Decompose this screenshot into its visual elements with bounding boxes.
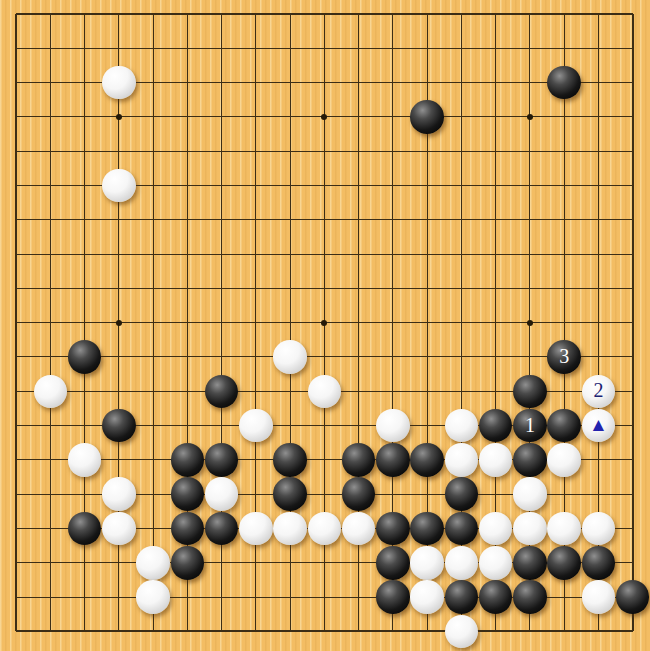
intersection-r12[interactable] bbox=[547, 237, 581, 271]
intersection-r3[interactable] bbox=[547, 546, 581, 580]
intersection-a15[interactable] bbox=[0, 134, 33, 168]
intersection-j7[interactable] bbox=[273, 408, 307, 442]
intersection-l9[interactable] bbox=[342, 340, 376, 374]
intersection-b12[interactable] bbox=[33, 237, 67, 271]
intersection-j8[interactable] bbox=[273, 374, 307, 408]
intersection-k4[interactable] bbox=[307, 511, 341, 545]
intersection-e9[interactable] bbox=[136, 340, 170, 374]
intersection-l5[interactable] bbox=[342, 477, 376, 511]
intersection-r10[interactable] bbox=[547, 306, 581, 340]
intersection-m4[interactable] bbox=[376, 511, 410, 545]
intersection-o16[interactable] bbox=[444, 100, 478, 134]
intersection-d12[interactable] bbox=[102, 237, 136, 271]
intersection-m7[interactable] bbox=[376, 408, 410, 442]
intersection-s18[interactable] bbox=[581, 31, 615, 65]
intersection-k14[interactable] bbox=[307, 168, 341, 202]
intersection-g14[interactable] bbox=[204, 168, 238, 202]
intersection-d6[interactable] bbox=[102, 443, 136, 477]
intersection-j11[interactable] bbox=[273, 271, 307, 305]
intersection-e13[interactable] bbox=[136, 203, 170, 237]
intersection-b3[interactable] bbox=[33, 546, 67, 580]
intersection-g13[interactable] bbox=[204, 203, 238, 237]
intersection-g3[interactable] bbox=[204, 546, 238, 580]
intersection-t3[interactable] bbox=[616, 546, 650, 580]
intersection-o15[interactable] bbox=[444, 134, 478, 168]
intersection-f2[interactable] bbox=[170, 580, 204, 614]
intersection-l2[interactable] bbox=[342, 580, 376, 614]
intersection-t7[interactable] bbox=[616, 408, 650, 442]
intersection-s17[interactable] bbox=[581, 65, 615, 99]
intersection-t11[interactable] bbox=[616, 271, 650, 305]
intersection-f17[interactable] bbox=[170, 65, 204, 99]
intersection-q5[interactable] bbox=[513, 477, 547, 511]
intersection-n14[interactable] bbox=[410, 168, 444, 202]
intersection-l18[interactable] bbox=[342, 31, 376, 65]
intersection-h7[interactable] bbox=[239, 408, 273, 442]
intersection-j15[interactable] bbox=[273, 134, 307, 168]
intersection-r15[interactable] bbox=[547, 134, 581, 168]
intersection-b13[interactable] bbox=[33, 203, 67, 237]
intersection-k2[interactable] bbox=[307, 580, 341, 614]
intersection-n12[interactable] bbox=[410, 237, 444, 271]
intersection-g5[interactable] bbox=[204, 477, 238, 511]
intersection-p6[interactable] bbox=[479, 443, 513, 477]
intersection-q12[interactable] bbox=[513, 237, 547, 271]
intersection-j19[interactable] bbox=[273, 0, 307, 31]
intersection-t1[interactable] bbox=[616, 614, 650, 648]
intersection-s6[interactable] bbox=[581, 443, 615, 477]
intersection-g12[interactable] bbox=[204, 237, 238, 271]
intersection-d14[interactable] bbox=[102, 168, 136, 202]
intersection-f14[interactable] bbox=[170, 168, 204, 202]
intersection-f10[interactable] bbox=[170, 306, 204, 340]
intersection-e3[interactable] bbox=[136, 546, 170, 580]
intersection-f18[interactable] bbox=[170, 31, 204, 65]
intersection-l19[interactable] bbox=[342, 0, 376, 31]
intersection-k10[interactable] bbox=[307, 306, 341, 340]
intersection-o12[interactable] bbox=[444, 237, 478, 271]
intersection-l8[interactable] bbox=[342, 374, 376, 408]
intersection-a5[interactable] bbox=[0, 477, 33, 511]
intersection-t13[interactable] bbox=[616, 203, 650, 237]
intersection-q18[interactable] bbox=[513, 31, 547, 65]
intersection-c9[interactable] bbox=[67, 340, 101, 374]
intersection-f8[interactable] bbox=[170, 374, 204, 408]
intersection-s5[interactable] bbox=[581, 477, 615, 511]
intersection-e15[interactable] bbox=[136, 134, 170, 168]
intersection-p4[interactable] bbox=[479, 511, 513, 545]
intersection-a9[interactable] bbox=[0, 340, 33, 374]
intersection-p5[interactable] bbox=[479, 477, 513, 511]
intersection-c15[interactable] bbox=[67, 134, 101, 168]
intersection-l11[interactable] bbox=[342, 271, 376, 305]
intersection-p16[interactable] bbox=[479, 100, 513, 134]
intersection-m6[interactable] bbox=[376, 443, 410, 477]
intersection-b2[interactable] bbox=[33, 580, 67, 614]
intersection-l3[interactable] bbox=[342, 546, 376, 580]
intersection-o7[interactable] bbox=[444, 408, 478, 442]
intersection-l4[interactable] bbox=[342, 511, 376, 545]
intersection-r2[interactable] bbox=[547, 580, 581, 614]
intersection-k13[interactable] bbox=[307, 203, 341, 237]
intersection-m1[interactable] bbox=[376, 614, 410, 648]
intersection-k11[interactable] bbox=[307, 271, 341, 305]
intersection-c12[interactable] bbox=[67, 237, 101, 271]
intersection-c3[interactable] bbox=[67, 546, 101, 580]
intersection-q9[interactable] bbox=[513, 340, 547, 374]
intersection-b11[interactable] bbox=[33, 271, 67, 305]
intersection-f11[interactable] bbox=[170, 271, 204, 305]
intersection-g8[interactable] bbox=[204, 374, 238, 408]
intersection-o3[interactable] bbox=[444, 546, 478, 580]
intersection-n19[interactable] bbox=[410, 0, 444, 31]
intersection-n10[interactable] bbox=[410, 306, 444, 340]
intersection-o14[interactable] bbox=[444, 168, 478, 202]
intersection-h16[interactable] bbox=[239, 100, 273, 134]
intersection-r8[interactable] bbox=[547, 374, 581, 408]
intersection-f16[interactable] bbox=[170, 100, 204, 134]
intersection-a1[interactable] bbox=[0, 614, 33, 648]
intersection-t8[interactable] bbox=[616, 374, 650, 408]
intersection-g18[interactable] bbox=[204, 31, 238, 65]
intersection-j6[interactable] bbox=[273, 443, 307, 477]
intersection-g1[interactable] bbox=[204, 614, 238, 648]
intersection-t2[interactable] bbox=[616, 580, 650, 614]
intersection-o10[interactable] bbox=[444, 306, 478, 340]
intersection-j1[interactable] bbox=[273, 614, 307, 648]
intersection-g4[interactable] bbox=[204, 511, 238, 545]
intersection-h15[interactable] bbox=[239, 134, 273, 168]
intersection-a10[interactable] bbox=[0, 306, 33, 340]
intersection-d5[interactable] bbox=[102, 477, 136, 511]
intersection-r9[interactable]: 3 bbox=[547, 340, 581, 374]
intersection-r19[interactable] bbox=[547, 0, 581, 31]
intersection-d18[interactable] bbox=[102, 31, 136, 65]
intersection-g19[interactable] bbox=[204, 0, 238, 31]
intersection-c8[interactable] bbox=[67, 374, 101, 408]
intersection-k8[interactable] bbox=[307, 374, 341, 408]
intersection-a6[interactable] bbox=[0, 443, 33, 477]
intersection-j2[interactable] bbox=[273, 580, 307, 614]
intersection-t18[interactable] bbox=[616, 31, 650, 65]
intersection-m11[interactable] bbox=[376, 271, 410, 305]
intersection-n13[interactable] bbox=[410, 203, 444, 237]
intersection-c18[interactable] bbox=[67, 31, 101, 65]
intersection-e16[interactable] bbox=[136, 100, 170, 134]
intersection-s7[interactable]: ▲ bbox=[581, 408, 615, 442]
intersection-j18[interactable] bbox=[273, 31, 307, 65]
intersection-o2[interactable] bbox=[444, 580, 478, 614]
intersection-h3[interactable] bbox=[239, 546, 273, 580]
intersection-g2[interactable] bbox=[204, 580, 238, 614]
intersection-c19[interactable] bbox=[67, 0, 101, 31]
intersection-o9[interactable] bbox=[444, 340, 478, 374]
intersection-p1[interactable] bbox=[479, 614, 513, 648]
intersection-q2[interactable] bbox=[513, 580, 547, 614]
intersection-l1[interactable] bbox=[342, 614, 376, 648]
intersection-a18[interactable] bbox=[0, 31, 33, 65]
intersection-n17[interactable] bbox=[410, 65, 444, 99]
intersection-e7[interactable] bbox=[136, 408, 170, 442]
intersection-o1[interactable] bbox=[444, 614, 478, 648]
intersection-k12[interactable] bbox=[307, 237, 341, 271]
intersection-k7[interactable] bbox=[307, 408, 341, 442]
intersection-k9[interactable] bbox=[307, 340, 341, 374]
intersection-p3[interactable] bbox=[479, 546, 513, 580]
intersection-n8[interactable] bbox=[410, 374, 444, 408]
intersection-n7[interactable] bbox=[410, 408, 444, 442]
intersection-h11[interactable] bbox=[239, 271, 273, 305]
intersection-m12[interactable] bbox=[376, 237, 410, 271]
intersection-p10[interactable] bbox=[479, 306, 513, 340]
intersection-g17[interactable] bbox=[204, 65, 238, 99]
intersection-c4[interactable] bbox=[67, 511, 101, 545]
intersection-m18[interactable] bbox=[376, 31, 410, 65]
intersection-p18[interactable] bbox=[479, 31, 513, 65]
intersection-l17[interactable] bbox=[342, 65, 376, 99]
intersection-c16[interactable] bbox=[67, 100, 101, 134]
intersection-s11[interactable] bbox=[581, 271, 615, 305]
intersection-q6[interactable] bbox=[513, 443, 547, 477]
intersection-j16[interactable] bbox=[273, 100, 307, 134]
intersection-h10[interactable] bbox=[239, 306, 273, 340]
intersection-n9[interactable] bbox=[410, 340, 444, 374]
intersection-k3[interactable] bbox=[307, 546, 341, 580]
intersection-n4[interactable] bbox=[410, 511, 444, 545]
intersection-s13[interactable] bbox=[581, 203, 615, 237]
intersection-e12[interactable] bbox=[136, 237, 170, 271]
intersection-m13[interactable] bbox=[376, 203, 410, 237]
intersection-s9[interactable] bbox=[581, 340, 615, 374]
intersection-d8[interactable] bbox=[102, 374, 136, 408]
intersection-n18[interactable] bbox=[410, 31, 444, 65]
intersection-r6[interactable] bbox=[547, 443, 581, 477]
intersection-h13[interactable] bbox=[239, 203, 273, 237]
intersection-r4[interactable] bbox=[547, 511, 581, 545]
intersection-j5[interactable] bbox=[273, 477, 307, 511]
intersection-c11[interactable] bbox=[67, 271, 101, 305]
intersection-m17[interactable] bbox=[376, 65, 410, 99]
intersection-o6[interactable] bbox=[444, 443, 478, 477]
intersection-n5[interactable] bbox=[410, 477, 444, 511]
intersection-q15[interactable] bbox=[513, 134, 547, 168]
intersection-d9[interactable] bbox=[102, 340, 136, 374]
intersection-d1[interactable] bbox=[102, 614, 136, 648]
intersection-q10[interactable] bbox=[513, 306, 547, 340]
intersection-h5[interactable] bbox=[239, 477, 273, 511]
intersection-t5[interactable] bbox=[616, 477, 650, 511]
intersection-b9[interactable] bbox=[33, 340, 67, 374]
intersection-s10[interactable] bbox=[581, 306, 615, 340]
intersection-f12[interactable] bbox=[170, 237, 204, 271]
intersection-h4[interactable] bbox=[239, 511, 273, 545]
intersection-o5[interactable] bbox=[444, 477, 478, 511]
intersection-f6[interactable] bbox=[170, 443, 204, 477]
intersection-h1[interactable] bbox=[239, 614, 273, 648]
intersection-s14[interactable] bbox=[581, 168, 615, 202]
intersection-m14[interactable] bbox=[376, 168, 410, 202]
intersection-l10[interactable] bbox=[342, 306, 376, 340]
intersection-o8[interactable] bbox=[444, 374, 478, 408]
intersection-q13[interactable] bbox=[513, 203, 547, 237]
intersection-o19[interactable] bbox=[444, 0, 478, 31]
intersection-p7[interactable] bbox=[479, 408, 513, 442]
intersection-a4[interactable] bbox=[0, 511, 33, 545]
intersection-h17[interactable] bbox=[239, 65, 273, 99]
intersection-q14[interactable] bbox=[513, 168, 547, 202]
intersection-b6[interactable] bbox=[33, 443, 67, 477]
intersection-t14[interactable] bbox=[616, 168, 650, 202]
intersection-s3[interactable] bbox=[581, 546, 615, 580]
intersection-s2[interactable] bbox=[581, 580, 615, 614]
intersection-k5[interactable] bbox=[307, 477, 341, 511]
intersection-f3[interactable] bbox=[170, 546, 204, 580]
intersection-f9[interactable] bbox=[170, 340, 204, 374]
intersection-e2[interactable] bbox=[136, 580, 170, 614]
intersection-a12[interactable] bbox=[0, 237, 33, 271]
intersection-a2[interactable] bbox=[0, 580, 33, 614]
intersection-j12[interactable] bbox=[273, 237, 307, 271]
intersection-o11[interactable] bbox=[444, 271, 478, 305]
intersection-j9[interactable] bbox=[273, 340, 307, 374]
intersection-o18[interactable] bbox=[444, 31, 478, 65]
intersection-n6[interactable] bbox=[410, 443, 444, 477]
intersection-k6[interactable] bbox=[307, 443, 341, 477]
intersection-q4[interactable] bbox=[513, 511, 547, 545]
intersection-e4[interactable] bbox=[136, 511, 170, 545]
intersection-q7[interactable]: 1 bbox=[513, 408, 547, 442]
intersection-f5[interactable] bbox=[170, 477, 204, 511]
intersection-g7[interactable] bbox=[204, 408, 238, 442]
intersection-n16[interactable] bbox=[410, 100, 444, 134]
intersection-d2[interactable] bbox=[102, 580, 136, 614]
intersection-b15[interactable] bbox=[33, 134, 67, 168]
intersection-f13[interactable] bbox=[170, 203, 204, 237]
intersection-m15[interactable] bbox=[376, 134, 410, 168]
intersection-d13[interactable] bbox=[102, 203, 136, 237]
intersection-n15[interactable] bbox=[410, 134, 444, 168]
intersection-t12[interactable] bbox=[616, 237, 650, 271]
intersection-k19[interactable] bbox=[307, 0, 341, 31]
intersection-t6[interactable] bbox=[616, 443, 650, 477]
intersection-d10[interactable] bbox=[102, 306, 136, 340]
intersection-p13[interactable] bbox=[479, 203, 513, 237]
intersection-h6[interactable] bbox=[239, 443, 273, 477]
intersection-t10[interactable] bbox=[616, 306, 650, 340]
intersection-e8[interactable] bbox=[136, 374, 170, 408]
intersection-h12[interactable] bbox=[239, 237, 273, 271]
intersection-t17[interactable] bbox=[616, 65, 650, 99]
intersection-b10[interactable] bbox=[33, 306, 67, 340]
intersection-s12[interactable] bbox=[581, 237, 615, 271]
intersection-h2[interactable] bbox=[239, 580, 273, 614]
intersection-k18[interactable] bbox=[307, 31, 341, 65]
intersection-c2[interactable] bbox=[67, 580, 101, 614]
intersection-j10[interactable] bbox=[273, 306, 307, 340]
intersection-m3[interactable] bbox=[376, 546, 410, 580]
intersection-m10[interactable] bbox=[376, 306, 410, 340]
intersection-l13[interactable] bbox=[342, 203, 376, 237]
intersection-m8[interactable] bbox=[376, 374, 410, 408]
intersection-h8[interactable] bbox=[239, 374, 273, 408]
intersection-o4[interactable] bbox=[444, 511, 478, 545]
intersection-n11[interactable] bbox=[410, 271, 444, 305]
intersection-d16[interactable] bbox=[102, 100, 136, 134]
intersection-r18[interactable] bbox=[547, 31, 581, 65]
intersection-r13[interactable] bbox=[547, 203, 581, 237]
intersection-q11[interactable] bbox=[513, 271, 547, 305]
intersection-p9[interactable] bbox=[479, 340, 513, 374]
intersection-e19[interactable] bbox=[136, 0, 170, 31]
intersection-b8[interactable] bbox=[33, 374, 67, 408]
intersection-g9[interactable] bbox=[204, 340, 238, 374]
intersection-k17[interactable] bbox=[307, 65, 341, 99]
intersection-j17[interactable] bbox=[273, 65, 307, 99]
intersection-b14[interactable] bbox=[33, 168, 67, 202]
intersection-o17[interactable] bbox=[444, 65, 478, 99]
intersection-d19[interactable] bbox=[102, 0, 136, 31]
intersection-o13[interactable] bbox=[444, 203, 478, 237]
intersection-b1[interactable] bbox=[33, 614, 67, 648]
intersection-a16[interactable] bbox=[0, 100, 33, 134]
intersection-q19[interactable] bbox=[513, 0, 547, 31]
intersection-p19[interactable] bbox=[479, 0, 513, 31]
intersection-q3[interactable] bbox=[513, 546, 547, 580]
intersection-r14[interactable] bbox=[547, 168, 581, 202]
intersection-g11[interactable] bbox=[204, 271, 238, 305]
intersection-f7[interactable] bbox=[170, 408, 204, 442]
intersection-r1[interactable] bbox=[547, 614, 581, 648]
intersection-p15[interactable] bbox=[479, 134, 513, 168]
intersection-f15[interactable] bbox=[170, 134, 204, 168]
intersection-b17[interactable] bbox=[33, 65, 67, 99]
intersection-q1[interactable] bbox=[513, 614, 547, 648]
intersection-c14[interactable] bbox=[67, 168, 101, 202]
intersection-c17[interactable] bbox=[67, 65, 101, 99]
intersection-c5[interactable] bbox=[67, 477, 101, 511]
intersection-b19[interactable] bbox=[33, 0, 67, 31]
intersection-h19[interactable] bbox=[239, 0, 273, 31]
intersection-m16[interactable] bbox=[376, 100, 410, 134]
intersection-f4[interactable] bbox=[170, 511, 204, 545]
intersection-e17[interactable] bbox=[136, 65, 170, 99]
intersection-a19[interactable] bbox=[0, 0, 33, 31]
intersection-d4[interactable] bbox=[102, 511, 136, 545]
intersection-t16[interactable] bbox=[616, 100, 650, 134]
intersection-p8[interactable] bbox=[479, 374, 513, 408]
intersection-f19[interactable] bbox=[170, 0, 204, 31]
intersection-r16[interactable] bbox=[547, 100, 581, 134]
intersection-r11[interactable] bbox=[547, 271, 581, 305]
intersection-b4[interactable] bbox=[33, 511, 67, 545]
intersection-h9[interactable] bbox=[239, 340, 273, 374]
intersection-e14[interactable] bbox=[136, 168, 170, 202]
intersection-s15[interactable] bbox=[581, 134, 615, 168]
intersection-p14[interactable] bbox=[479, 168, 513, 202]
intersection-s4[interactable] bbox=[581, 511, 615, 545]
intersection-r5[interactable] bbox=[547, 477, 581, 511]
intersection-l12[interactable] bbox=[342, 237, 376, 271]
intersection-c1[interactable] bbox=[67, 614, 101, 648]
intersection-d3[interactable] bbox=[102, 546, 136, 580]
intersection-r7[interactable] bbox=[547, 408, 581, 442]
intersection-b16[interactable] bbox=[33, 100, 67, 134]
intersection-a17[interactable] bbox=[0, 65, 33, 99]
intersection-k15[interactable] bbox=[307, 134, 341, 168]
intersection-s1[interactable] bbox=[581, 614, 615, 648]
intersection-k16[interactable] bbox=[307, 100, 341, 134]
intersection-h14[interactable] bbox=[239, 168, 273, 202]
